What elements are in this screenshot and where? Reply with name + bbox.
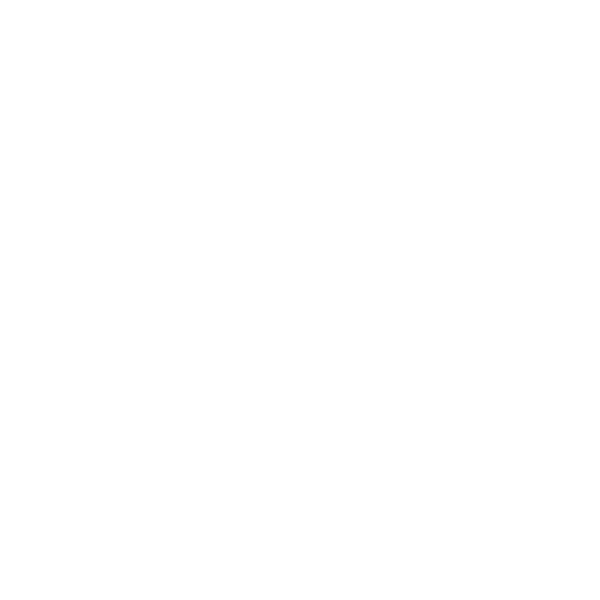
chess-product-photo: 87654321 ♜♟♟♟♚♟♟♝♟♟♟♜♟♟♟	[0, 0, 600, 600]
background-mask-right	[0, 0, 600, 600]
